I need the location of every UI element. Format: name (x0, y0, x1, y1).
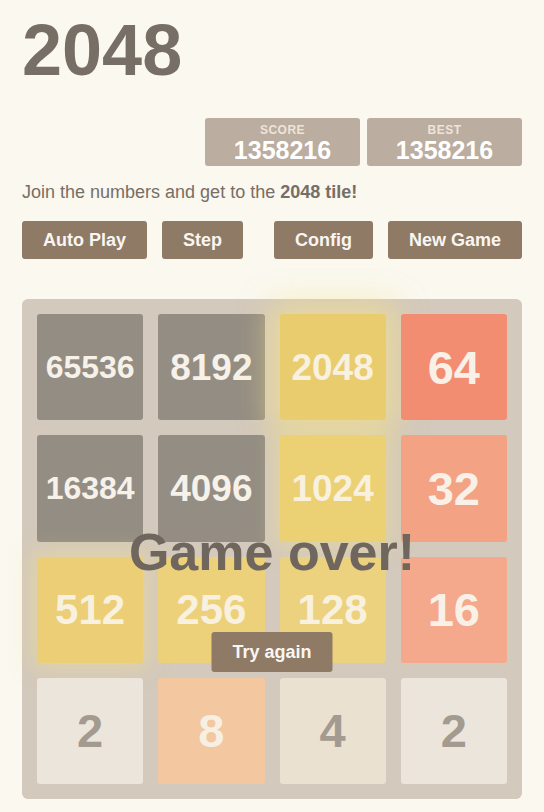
best-box: BEST 1358216 (367, 118, 522, 166)
score-box: SCORE 1358216 (205, 118, 360, 166)
game-board: 6553681922048641638440961024325122561281… (22, 299, 522, 799)
game-over-overlay: Game over! Try again (22, 299, 522, 799)
score-label: SCORE (260, 123, 305, 137)
try-again-button[interactable]: Try again (211, 632, 332, 672)
toolbar: Auto Play Step Config New Game (22, 221, 522, 259)
intro-text: Join the numbers and get to the 2048 til… (22, 182, 522, 203)
config-button[interactable]: Config (274, 221, 373, 259)
intro-highlight: 2048 tile! (280, 182, 357, 202)
step-button[interactable]: Step (162, 221, 243, 259)
best-value: 1358216 (396, 137, 493, 164)
intro-prefix: Join the numbers and get to the (22, 182, 280, 202)
auto-play-button[interactable]: Auto Play (22, 221, 147, 259)
app-container: 2048 SCORE 1358216 BEST 1358216 Join the… (0, 14, 544, 799)
score-row: SCORE 1358216 BEST 1358216 (22, 118, 522, 166)
page-title: 2048 (22, 14, 522, 86)
game-over-message: Game over! (22, 522, 522, 582)
score-value: 1358216 (234, 137, 331, 164)
new-game-button[interactable]: New Game (388, 221, 522, 259)
best-label: BEST (427, 123, 461, 137)
